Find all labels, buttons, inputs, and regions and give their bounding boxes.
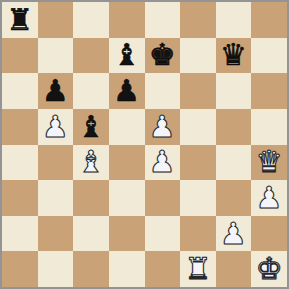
square-c1[interactable] bbox=[73, 251, 109, 287]
square-g5[interactable] bbox=[216, 109, 252, 145]
square-g7[interactable]: ♛ bbox=[216, 38, 252, 74]
square-b2[interactable] bbox=[38, 216, 74, 252]
square-b5[interactable]: ♟ bbox=[38, 109, 74, 145]
square-h6[interactable] bbox=[251, 73, 287, 109]
square-c8[interactable] bbox=[73, 2, 109, 38]
piece-black-pawn[interactable]: ♟ bbox=[113, 76, 140, 106]
square-b7[interactable] bbox=[38, 38, 74, 74]
square-a6[interactable] bbox=[2, 73, 38, 109]
square-a2[interactable] bbox=[2, 216, 38, 252]
square-a3[interactable] bbox=[2, 180, 38, 216]
piece-white-pawn[interactable]: ♟ bbox=[220, 219, 247, 249]
piece-black-bishop[interactable]: ♝ bbox=[78, 112, 105, 142]
piece-white-rook[interactable]: ♜ bbox=[184, 254, 211, 284]
square-e1[interactable] bbox=[145, 251, 181, 287]
square-a1[interactable] bbox=[2, 251, 38, 287]
square-d7[interactable]: ♝ bbox=[109, 38, 145, 74]
square-d5[interactable] bbox=[109, 109, 145, 145]
square-h2[interactable] bbox=[251, 216, 287, 252]
square-c2[interactable] bbox=[73, 216, 109, 252]
piece-black-rook[interactable]: ♜ bbox=[6, 5, 33, 35]
square-h8[interactable] bbox=[251, 2, 287, 38]
square-d1[interactable] bbox=[109, 251, 145, 287]
chess-board: ♜♝♚♛♟♟♟♝♟♝♟♛♟♟♜♚ bbox=[0, 0, 289, 289]
square-f2[interactable] bbox=[180, 216, 216, 252]
square-g8[interactable] bbox=[216, 2, 252, 38]
square-b4[interactable] bbox=[38, 145, 74, 181]
square-c4[interactable]: ♝ bbox=[73, 145, 109, 181]
square-c5[interactable]: ♝ bbox=[73, 109, 109, 145]
square-f8[interactable] bbox=[180, 2, 216, 38]
square-c3[interactable] bbox=[73, 180, 109, 216]
piece-white-pawn[interactable]: ♟ bbox=[256, 183, 283, 213]
square-a4[interactable] bbox=[2, 145, 38, 181]
square-a7[interactable] bbox=[2, 38, 38, 74]
square-f7[interactable] bbox=[180, 38, 216, 74]
square-h7[interactable] bbox=[251, 38, 287, 74]
square-g6[interactable] bbox=[216, 73, 252, 109]
square-g1[interactable] bbox=[216, 251, 252, 287]
square-e5[interactable]: ♟ bbox=[145, 109, 181, 145]
square-f3[interactable] bbox=[180, 180, 216, 216]
square-h3[interactable]: ♟ bbox=[251, 180, 287, 216]
square-e3[interactable] bbox=[145, 180, 181, 216]
piece-white-queen[interactable]: ♛ bbox=[256, 147, 283, 177]
piece-black-king[interactable]: ♚ bbox=[149, 40, 176, 70]
square-e8[interactable] bbox=[145, 2, 181, 38]
square-g4[interactable] bbox=[216, 145, 252, 181]
square-d6[interactable]: ♟ bbox=[109, 73, 145, 109]
piece-white-pawn[interactable]: ♟ bbox=[149, 112, 176, 142]
piece-white-pawn[interactable]: ♟ bbox=[42, 112, 69, 142]
square-d3[interactable] bbox=[109, 180, 145, 216]
piece-white-pawn[interactable]: ♟ bbox=[149, 147, 176, 177]
piece-black-bishop[interactable]: ♝ bbox=[113, 40, 140, 70]
square-b1[interactable] bbox=[38, 251, 74, 287]
square-d4[interactable] bbox=[109, 145, 145, 181]
square-d2[interactable] bbox=[109, 216, 145, 252]
square-e6[interactable] bbox=[145, 73, 181, 109]
square-c6[interactable] bbox=[73, 73, 109, 109]
square-f1[interactable]: ♜ bbox=[180, 251, 216, 287]
piece-white-king[interactable]: ♚ bbox=[256, 254, 283, 284]
square-g3[interactable] bbox=[216, 180, 252, 216]
square-e2[interactable] bbox=[145, 216, 181, 252]
square-e7[interactable]: ♚ bbox=[145, 38, 181, 74]
square-b6[interactable]: ♟ bbox=[38, 73, 74, 109]
square-e4[interactable]: ♟ bbox=[145, 145, 181, 181]
square-f6[interactable] bbox=[180, 73, 216, 109]
square-h1[interactable]: ♚ bbox=[251, 251, 287, 287]
square-a5[interactable] bbox=[2, 109, 38, 145]
square-c7[interactable] bbox=[73, 38, 109, 74]
square-f5[interactable] bbox=[180, 109, 216, 145]
square-h5[interactable] bbox=[251, 109, 287, 145]
piece-white-bishop[interactable]: ♝ bbox=[78, 147, 105, 177]
square-d8[interactable] bbox=[109, 2, 145, 38]
piece-black-pawn[interactable]: ♟ bbox=[42, 76, 69, 106]
square-a8[interactable]: ♜ bbox=[2, 2, 38, 38]
square-b3[interactable] bbox=[38, 180, 74, 216]
square-b8[interactable] bbox=[38, 2, 74, 38]
piece-black-queen[interactable]: ♛ bbox=[220, 40, 247, 70]
square-f4[interactable] bbox=[180, 145, 216, 181]
square-h4[interactable]: ♛ bbox=[251, 145, 287, 181]
square-g2[interactable]: ♟ bbox=[216, 216, 252, 252]
